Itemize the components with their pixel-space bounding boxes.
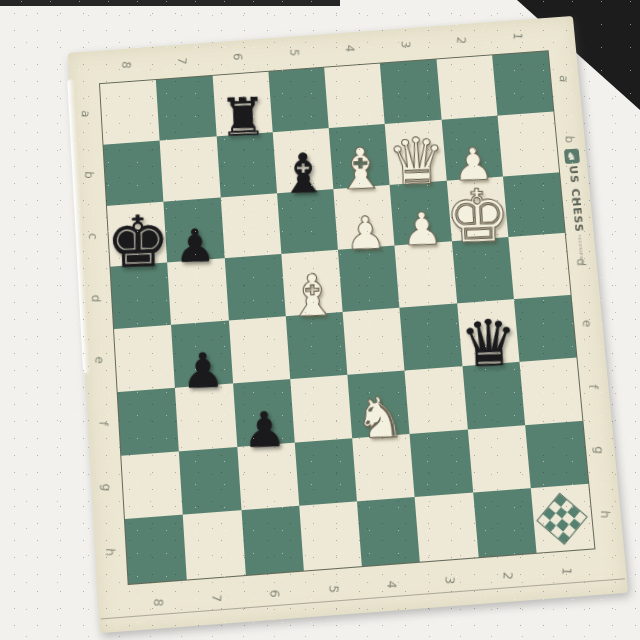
square-b7[interactable] bbox=[160, 136, 220, 201]
black-pawn-f6[interactable]: ♟ bbox=[242, 404, 287, 454]
white-king-c2[interactable]: ♚ bbox=[443, 179, 512, 254]
file-label-e: e bbox=[83, 328, 117, 393]
rank-label-4: 4 bbox=[321, 32, 379, 65]
rank-label-6: 6 bbox=[245, 574, 306, 614]
square-c6[interactable] bbox=[220, 193, 281, 259]
white-bishop-b4[interactable]: ♝ bbox=[334, 140, 387, 198]
file-label-h: h bbox=[93, 518, 127, 585]
us-chess-logo-subtext: FEDERATION bbox=[576, 234, 584, 264]
square-a3[interactable] bbox=[380, 59, 441, 123]
rank-label-4: 4 bbox=[361, 565, 422, 605]
square-a2[interactable] bbox=[436, 55, 497, 119]
black-pawn-c7[interactable]: ♟ bbox=[174, 223, 216, 270]
white-queen-b3[interactable]: ♛ bbox=[386, 129, 447, 195]
square-f8[interactable] bbox=[118, 388, 179, 456]
board-tilt-wrapper: 87654321 87654321 abcdefgh abcdefgh ♞ US… bbox=[68, 16, 628, 633]
file-label-f: f bbox=[86, 391, 120, 457]
square-d1[interactable] bbox=[508, 233, 570, 299]
square-a1[interactable] bbox=[492, 51, 553, 115]
square-e3[interactable] bbox=[400, 303, 462, 370]
rank-label-6: 6 bbox=[209, 40, 267, 73]
vinyl-chess-mat: 87654321 87654321 abcdefgh abcdefgh ♞ US… bbox=[68, 16, 628, 633]
square-g5[interactable] bbox=[294, 438, 356, 506]
file-label-f: f bbox=[575, 354, 611, 419]
white-pawn-c3[interactable]: ♟ bbox=[401, 206, 444, 252]
square-g2[interactable] bbox=[467, 425, 530, 493]
square-f3[interactable] bbox=[405, 366, 468, 433]
square-h4[interactable] bbox=[357, 497, 420, 566]
rank-label-1: 1 bbox=[536, 552, 597, 592]
square-a4[interactable] bbox=[324, 64, 385, 128]
square-b8[interactable] bbox=[103, 140, 163, 205]
file-label-e: e bbox=[569, 292, 605, 357]
file-label-h: h bbox=[587, 481, 623, 548]
table-edge-top bbox=[0, 0, 340, 6]
square-e8[interactable] bbox=[114, 325, 175, 392]
square-h3[interactable] bbox=[415, 493, 478, 562]
black-king-c8[interactable]: ♚ bbox=[105, 206, 170, 279]
us-chess-logo-text: US CHESS bbox=[566, 165, 585, 233]
square-f1[interactable] bbox=[519, 357, 582, 424]
rank-label-7: 7 bbox=[153, 44, 211, 77]
file-label-g: g bbox=[90, 454, 124, 520]
square-d6[interactable] bbox=[224, 254, 285, 320]
knight-shield-icon: ♞ bbox=[563, 149, 579, 165]
black-bishop-b5[interactable]: ♝ bbox=[278, 145, 329, 201]
rank-label-1: 1 bbox=[488, 20, 546, 53]
file-label-a: a bbox=[547, 48, 582, 110]
rank-label-2: 2 bbox=[432, 24, 490, 57]
chess-board-grid: ♚♟♜♝♟♟♛♝♝♟♛♟♟♚♞ bbox=[99, 50, 595, 585]
rank-label-3: 3 bbox=[419, 560, 480, 600]
white-knight-f4[interactable]: ♞ bbox=[353, 388, 406, 446]
square-a7[interactable] bbox=[156, 76, 216, 140]
square-a8[interactable] bbox=[100, 80, 160, 144]
rank-label-2: 2 bbox=[477, 556, 538, 596]
square-e1[interactable] bbox=[514, 295, 577, 362]
white-bishop-d5[interactable]: ♝ bbox=[286, 266, 340, 325]
square-e6[interactable] bbox=[228, 316, 290, 383]
square-f5[interactable] bbox=[290, 375, 352, 443]
rank-label-7: 7 bbox=[186, 578, 247, 618]
square-g3[interactable] bbox=[410, 429, 473, 497]
square-g1[interactable] bbox=[525, 420, 588, 488]
rank-label-5: 5 bbox=[265, 36, 323, 69]
square-g7[interactable] bbox=[179, 447, 241, 515]
square-c1[interactable] bbox=[503, 172, 565, 237]
square-h7[interactable] bbox=[183, 510, 245, 579]
black-queen-e2[interactable]: ♛ bbox=[459, 311, 519, 377]
square-h2[interactable] bbox=[473, 488, 537, 557]
square-a5[interactable] bbox=[268, 68, 329, 132]
rank-label-8: 8 bbox=[97, 49, 155, 82]
square-e4[interactable] bbox=[343, 308, 405, 375]
square-h8[interactable] bbox=[125, 515, 187, 584]
black-pawn-e7[interactable]: ♟ bbox=[181, 345, 225, 395]
corner-diamond-logo bbox=[538, 494, 587, 543]
file-label-g: g bbox=[581, 417, 617, 483]
square-h1[interactable] bbox=[531, 484, 595, 553]
square-g8[interactable] bbox=[121, 451, 183, 519]
file-label-c: c bbox=[76, 204, 109, 268]
rank-label-5: 5 bbox=[303, 569, 364, 609]
square-b1[interactable] bbox=[497, 111, 559, 176]
file-label-b: b bbox=[73, 144, 106, 207]
rank-label-3: 3 bbox=[377, 28, 435, 61]
white-pawn-c4[interactable]: ♟ bbox=[344, 210, 386, 256]
black-rook-a6[interactable]: ♜ bbox=[219, 91, 268, 145]
square-h6[interactable] bbox=[241, 506, 304, 575]
file-label-a: a bbox=[70, 83, 103, 146]
rank-label-8: 8 bbox=[128, 583, 189, 623]
square-h5[interactable] bbox=[299, 502, 362, 571]
